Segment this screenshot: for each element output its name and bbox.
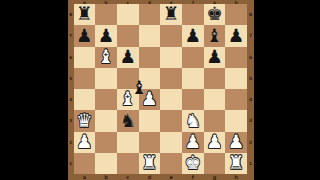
- white-rook: ♜: [225, 153, 247, 174]
- square-f3: ♞: [182, 110, 204, 131]
- square-b3: [95, 110, 117, 131]
- coordinate-label: 4: [247, 89, 254, 110]
- square-h2: ♟: [225, 132, 247, 153]
- square-c6: ♟: [117, 47, 139, 68]
- square-g4: [204, 89, 226, 110]
- square-e1: [160, 153, 182, 174]
- square-b5: [95, 68, 117, 89]
- square-a2: ♟: [74, 132, 96, 153]
- letterbox-left: [0, 0, 68, 180]
- coordinate-label: 1: [247, 153, 254, 174]
- square-h5: [225, 68, 247, 89]
- square-f1: ♚: [182, 153, 204, 174]
- square-e2: [160, 132, 182, 153]
- square-c7: [117, 25, 139, 46]
- square-f8: [182, 4, 204, 25]
- square-g8: ♚: [204, 4, 226, 25]
- black-rook: ♜: [74, 4, 96, 25]
- coordinate-label: g: [204, 174, 226, 180]
- black-pawn: ♟: [117, 47, 139, 68]
- square-e5: [160, 68, 182, 89]
- coordinate-label: h: [225, 174, 247, 180]
- square-a4: [74, 89, 96, 110]
- square-a5: [74, 68, 96, 89]
- square-h8: [225, 4, 247, 25]
- square-a3: ♛: [74, 110, 96, 131]
- white-pawn: ♟: [225, 132, 247, 153]
- white-knight: ♞: [182, 110, 204, 131]
- square-d1: ♜: [139, 153, 161, 174]
- black-pawn: ♟: [204, 47, 226, 68]
- video-frame: abcdefgh abcdefgh 87654321 87654321 ♝ ♜♜…: [0, 0, 320, 180]
- square-f4: [182, 89, 204, 110]
- board-squares: ♝ ♜♜♚♟♟♟♝♟♝♟♟♝♟♛♞♞♟♟♟♟♜♚♜: [74, 4, 248, 174]
- square-h3: [225, 110, 247, 131]
- square-f6: [182, 47, 204, 68]
- square-c2: [117, 132, 139, 153]
- coordinate-label: 3: [247, 110, 254, 131]
- square-e6: [160, 47, 182, 68]
- coordinate-label: 6: [247, 47, 254, 68]
- square-b1: [95, 153, 117, 174]
- coordinate-label: 5: [247, 68, 254, 89]
- square-c8: [117, 4, 139, 25]
- square-b4: [95, 89, 117, 110]
- square-e3: [160, 110, 182, 131]
- square-d7: [139, 25, 161, 46]
- black-pawn: ♟: [182, 25, 204, 46]
- square-b6: ♝: [95, 47, 117, 68]
- square-a8: ♜: [74, 4, 96, 25]
- coordinate-label: 8: [247, 4, 254, 25]
- square-d2: [139, 132, 161, 153]
- square-g2: ♟: [204, 132, 226, 153]
- coordinate-label: f: [182, 174, 204, 180]
- white-king: ♚: [182, 153, 204, 174]
- square-c3: ♞: [117, 110, 139, 131]
- square-c1: [117, 153, 139, 174]
- white-queen: ♛: [74, 110, 96, 131]
- square-b7: ♟: [95, 25, 117, 46]
- square-a7: ♟: [74, 25, 96, 46]
- black-king: ♚: [204, 4, 226, 25]
- square-g7: ♝: [204, 25, 226, 46]
- square-e4: [160, 89, 182, 110]
- coordinate-label: d: [139, 174, 161, 180]
- square-h7: ♟: [225, 25, 247, 46]
- square-b8: [95, 4, 117, 25]
- coordinate-label: b: [95, 174, 117, 180]
- black-pawn: ♟: [74, 25, 96, 46]
- coordinate-label: c: [117, 174, 139, 180]
- black-knight: ♞: [117, 110, 139, 131]
- coordinate-label: 7: [247, 25, 254, 46]
- square-b2: [95, 132, 117, 153]
- black-pawn: ♟: [225, 25, 247, 46]
- square-g6: ♟: [204, 47, 226, 68]
- coordinate-label: a: [74, 174, 96, 180]
- square-e8: ♜: [160, 4, 182, 25]
- coordinate-label: e: [160, 174, 182, 180]
- square-h6: [225, 47, 247, 68]
- square-a1: [74, 153, 96, 174]
- square-f7: ♟: [182, 25, 204, 46]
- square-d6: [139, 47, 161, 68]
- white-pawn: ♟: [204, 132, 226, 153]
- black-rook: ♜: [160, 4, 182, 25]
- square-g3: [204, 110, 226, 131]
- square-h4: [225, 89, 247, 110]
- letterbox-right: [254, 0, 320, 180]
- rank-labels-right: 87654321: [247, 4, 254, 174]
- square-g1: [204, 153, 226, 174]
- square-f2: ♟: [182, 132, 204, 153]
- white-rook: ♜: [139, 153, 161, 174]
- square-d8: [139, 4, 161, 25]
- square-h1: ♜: [225, 153, 247, 174]
- black-bishop: ♝: [204, 25, 226, 46]
- file-labels-bottom: abcdefgh: [74, 174, 248, 180]
- square-a6: [74, 47, 96, 68]
- square-g5: [204, 68, 226, 89]
- square-e7: [160, 25, 182, 46]
- white-bishop: ♝: [95, 47, 117, 68]
- black-pawn: ♟: [95, 25, 117, 46]
- square-d3: [139, 110, 161, 131]
- coordinate-label: 2: [247, 132, 254, 153]
- white-pawn: ♟: [74, 132, 96, 153]
- chess-board: abcdefgh abcdefgh 87654321 87654321 ♝ ♜♜…: [68, 0, 254, 180]
- white-pawn: ♟: [182, 132, 204, 153]
- black-bishop-floating: ♝: [129, 78, 151, 99]
- square-f5: [182, 68, 204, 89]
